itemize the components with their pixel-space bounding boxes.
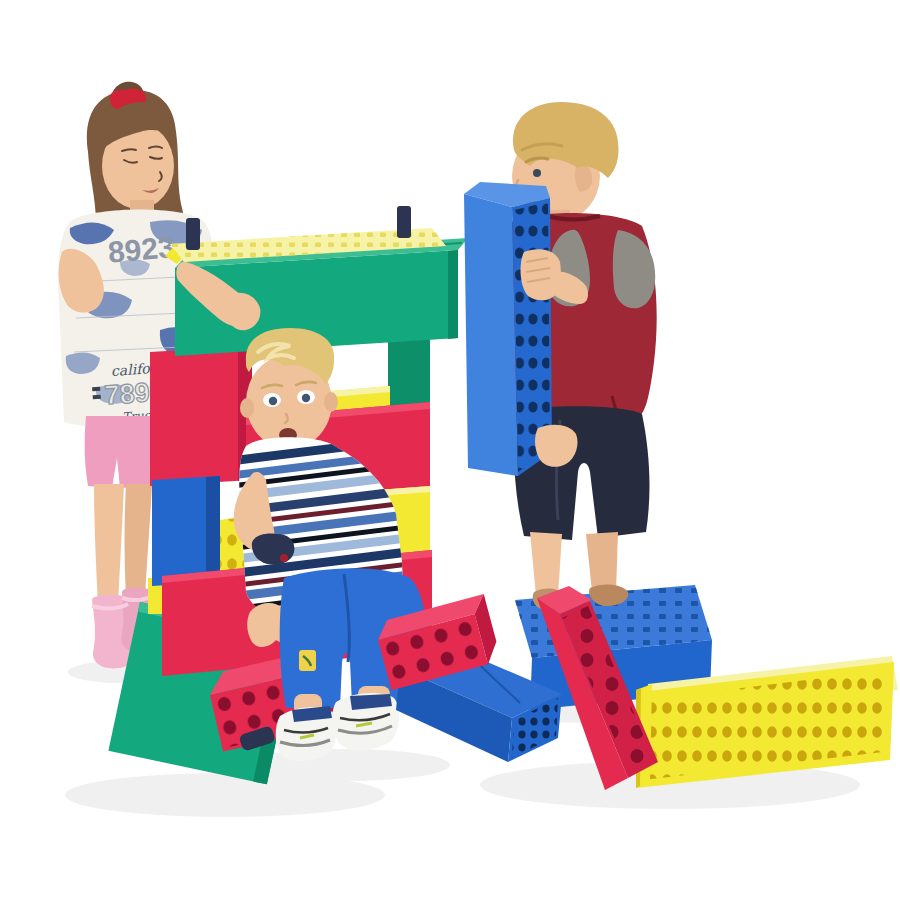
scene-illustration: 8923 california 78923 Truckin	[0, 0, 900, 900]
boy	[464, 102, 657, 610]
girl-leg-back	[125, 484, 153, 598]
girl-leg-front	[94, 484, 124, 606]
boy-hand-upper	[521, 249, 561, 300]
girl-shirt-number-top: 8923	[107, 230, 176, 269]
boy-calf-left	[530, 532, 562, 596]
toddler-shoe-right	[333, 693, 400, 750]
tower-blue-left-support	[152, 476, 220, 586]
toddler-shoe-left	[276, 706, 337, 761]
boy-calf-right	[586, 532, 618, 592]
tower-red-left-support	[150, 346, 252, 486]
product-photo: 8923 california 78923 Truckin	[0, 0, 900, 900]
boy-sleeve-right	[613, 230, 655, 308]
toy-wheel	[280, 554, 288, 562]
